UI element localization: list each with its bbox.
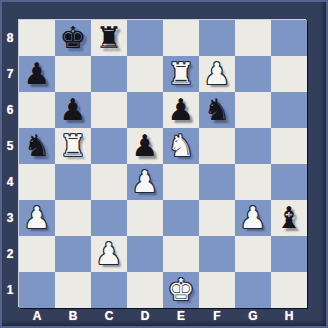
file-label-d: D (127, 307, 163, 325)
square-g8[interactable] (235, 20, 271, 56)
file-label-b: B (55, 307, 91, 325)
piece-white-pawn[interactable]: ♟ (96, 236, 123, 272)
square-b6[interactable]: ♟ (55, 92, 91, 128)
square-f4[interactable] (199, 164, 235, 200)
square-d5[interactable]: ♟ (127, 128, 163, 164)
square-a5[interactable]: ♞ (19, 128, 55, 164)
square-f7[interactable]: ♟ (199, 56, 235, 92)
square-d8[interactable] (127, 20, 163, 56)
square-f8[interactable] (199, 20, 235, 56)
rank-label-3: 3 (2, 200, 18, 236)
rank-labels: 87654321 (2, 20, 18, 308)
square-g6[interactable] (235, 92, 271, 128)
square-c5[interactable] (91, 128, 127, 164)
file-label-a: A (19, 307, 55, 325)
square-d4[interactable]: ♟ (127, 164, 163, 200)
square-f3[interactable] (199, 200, 235, 236)
piece-black-knight[interactable]: ♞ (204, 92, 231, 128)
square-c4[interactable] (91, 164, 127, 200)
square-h8[interactable] (271, 20, 307, 56)
square-h2[interactable] (271, 236, 307, 272)
rank-label-6: 6 (2, 92, 18, 128)
square-e5[interactable]: ♞ (163, 128, 199, 164)
piece-white-pawn[interactable]: ♟ (24, 200, 51, 236)
rank-label-8: 8 (2, 20, 18, 56)
piece-black-bishop[interactable]: ♝ (276, 200, 303, 236)
piece-black-pawn[interactable]: ♟ (24, 56, 51, 92)
piece-black-knight[interactable]: ♞ (24, 128, 51, 164)
square-c7[interactable] (91, 56, 127, 92)
chess-diagram-frame: 87654321 ♚♜♟♜♟♟♟♞♞♜♟♞♟♟♟♝♟♚ ABCDEFGH (0, 0, 328, 328)
square-c8[interactable]: ♜ (91, 20, 127, 56)
square-g3[interactable]: ♟ (235, 200, 271, 236)
square-c1[interactable] (91, 272, 127, 308)
square-h4[interactable] (271, 164, 307, 200)
rank-label-1: 1 (2, 272, 18, 308)
square-a6[interactable] (19, 92, 55, 128)
piece-white-knight[interactable]: ♞ (168, 128, 195, 164)
square-b5[interactable]: ♜ (55, 128, 91, 164)
file-label-c: C (91, 307, 127, 325)
file-label-e: E (163, 307, 199, 325)
file-labels: ABCDEFGH (19, 307, 307, 325)
square-c3[interactable] (91, 200, 127, 236)
piece-white-pawn[interactable]: ♟ (240, 200, 267, 236)
square-f1[interactable] (199, 272, 235, 308)
square-a8[interactable] (19, 20, 55, 56)
square-d2[interactable] (127, 236, 163, 272)
square-e6[interactable]: ♟ (163, 92, 199, 128)
rank-label-2: 2 (2, 236, 18, 272)
square-a7[interactable]: ♟ (19, 56, 55, 92)
square-b7[interactable] (55, 56, 91, 92)
square-a2[interactable] (19, 236, 55, 272)
piece-white-pawn[interactable]: ♟ (204, 56, 231, 92)
rank-label-7: 7 (2, 56, 18, 92)
rank-label-5: 5 (2, 128, 18, 164)
square-e3[interactable] (163, 200, 199, 236)
piece-black-king[interactable]: ♚ (60, 20, 87, 56)
square-g4[interactable] (235, 164, 271, 200)
square-e7[interactable]: ♜ (163, 56, 199, 92)
square-b1[interactable] (55, 272, 91, 308)
file-label-g: G (235, 307, 271, 325)
square-b4[interactable] (55, 164, 91, 200)
square-a3[interactable]: ♟ (19, 200, 55, 236)
file-label-h: H (271, 307, 307, 325)
square-a1[interactable] (19, 272, 55, 308)
square-c2[interactable]: ♟ (91, 236, 127, 272)
square-c6[interactable] (91, 92, 127, 128)
square-g2[interactable] (235, 236, 271, 272)
piece-white-rook[interactable]: ♜ (168, 56, 195, 92)
square-g7[interactable] (235, 56, 271, 92)
square-b2[interactable] (55, 236, 91, 272)
square-g1[interactable] (235, 272, 271, 308)
piece-white-rook[interactable]: ♜ (60, 128, 87, 164)
piece-white-pawn[interactable]: ♟ (132, 164, 159, 200)
square-h5[interactable] (271, 128, 307, 164)
square-a4[interactable] (19, 164, 55, 200)
square-e1[interactable]: ♚ (163, 272, 199, 308)
square-b3[interactable] (55, 200, 91, 236)
piece-black-pawn[interactable]: ♟ (60, 92, 87, 128)
square-h6[interactable] (271, 92, 307, 128)
square-d7[interactable] (127, 56, 163, 92)
square-g5[interactable] (235, 128, 271, 164)
rank-label-4: 4 (2, 164, 18, 200)
piece-white-king[interactable]: ♚ (168, 272, 195, 308)
chess-board: ♚♜♟♜♟♟♟♞♞♜♟♞♟♟♟♝♟♚ (19, 20, 307, 308)
square-e2[interactable] (163, 236, 199, 272)
piece-black-pawn[interactable]: ♟ (168, 92, 195, 128)
square-f5[interactable] (199, 128, 235, 164)
piece-black-rook[interactable]: ♜ (96, 20, 123, 56)
square-h3[interactable]: ♝ (271, 200, 307, 236)
square-h1[interactable] (271, 272, 307, 308)
square-f6[interactable]: ♞ (199, 92, 235, 128)
square-b8[interactable]: ♚ (55, 20, 91, 56)
square-e8[interactable] (163, 20, 199, 56)
square-d3[interactable] (127, 200, 163, 236)
square-f2[interactable] (199, 236, 235, 272)
square-d6[interactable] (127, 92, 163, 128)
piece-black-pawn[interactable]: ♟ (132, 128, 159, 164)
file-label-f: F (199, 307, 235, 325)
square-e4[interactable] (163, 164, 199, 200)
square-h7[interactable] (271, 56, 307, 92)
square-d1[interactable] (127, 272, 163, 308)
